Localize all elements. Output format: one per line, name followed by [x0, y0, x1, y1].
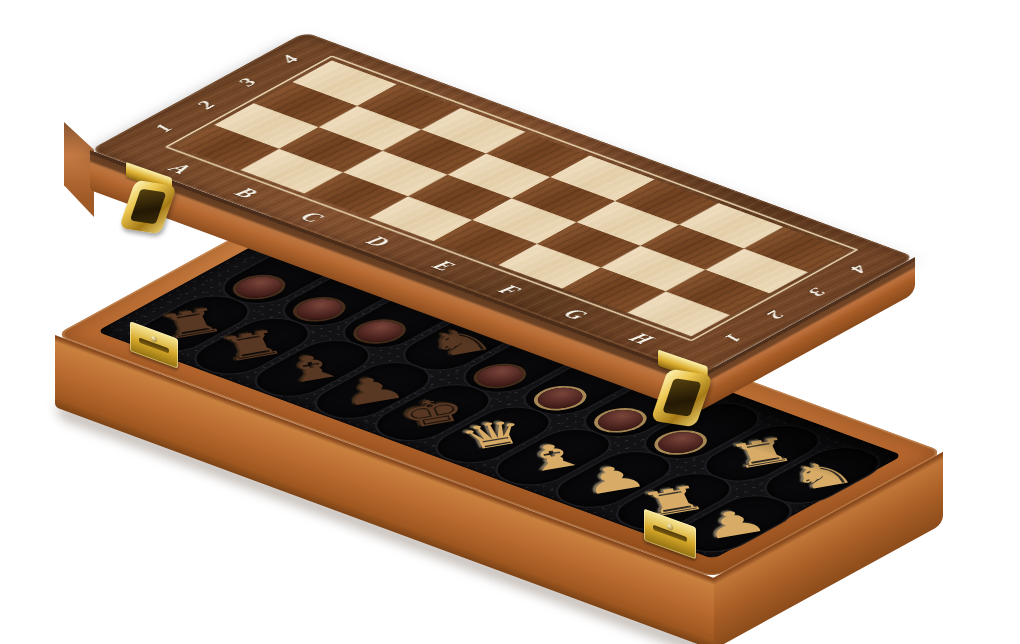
stored-piece-light-felt-base[interactable] [529, 384, 592, 413]
stored-piece-dark-felt-base[interactable] [288, 295, 351, 324]
clasp-bail-hole [662, 378, 702, 417]
stored-piece-light-felt-base[interactable] [589, 406, 652, 435]
chess-case-scene: ♞♜♞ ♜♜♝♟♚♛♝♟♜♟ 4321 4321 ABCDEFGH [0, 0, 1020, 644]
clasp-bail-hole [130, 189, 167, 225]
stored-piece-dark-felt-base[interactable] [227, 273, 290, 302]
stored-piece-light-pawn[interactable]: ♟ [694, 502, 774, 545]
stored-piece-light-knight[interactable]: ♞ [782, 454, 862, 497]
stored-piece-dark-felt-base[interactable] [468, 361, 531, 390]
stored-piece-dark-felt-base[interactable] [348, 317, 411, 346]
stored-piece-light-felt-base[interactable] [649, 428, 712, 457]
